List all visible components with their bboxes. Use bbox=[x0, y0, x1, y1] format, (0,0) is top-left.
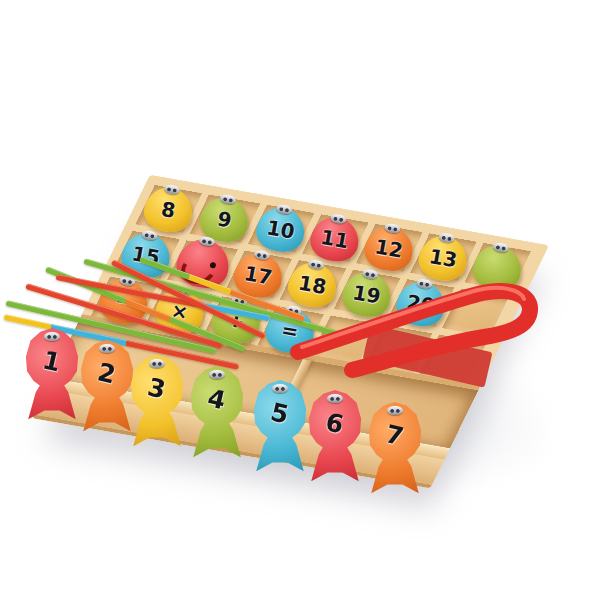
fish-label: 5 bbox=[268, 397, 291, 429]
grid-cell-r1c6: 13 bbox=[410, 233, 476, 281]
grid-cell-r1c5: 12 bbox=[356, 224, 422, 272]
fish-label: 2 bbox=[95, 357, 118, 389]
metal-clasp bbox=[416, 278, 433, 290]
metal-clasp bbox=[272, 384, 288, 393]
front-fish-7[interactable]: 7 bbox=[366, 402, 424, 498]
piece-label: 19 bbox=[351, 282, 382, 307]
metal-clasp bbox=[163, 184, 180, 196]
front-fish-5[interactable]: 5 bbox=[251, 380, 309, 476]
piece-label: 8 bbox=[160, 199, 177, 221]
metal-clasp bbox=[307, 259, 324, 271]
number-piece-20[interactable]: 20 bbox=[393, 278, 448, 330]
fish-label: 1 bbox=[40, 345, 63, 377]
number-piece-8[interactable]: 8 bbox=[141, 184, 196, 236]
piece-label: 13 bbox=[428, 246, 459, 271]
number-piece-blank[interactable] bbox=[470, 242, 525, 294]
metal-clasp bbox=[384, 223, 401, 235]
front-fish-4[interactable]: 4 bbox=[188, 366, 246, 462]
piece-label: 18 bbox=[297, 273, 328, 298]
front-fish-2[interactable]: 2 bbox=[78, 340, 136, 436]
metal-clasp bbox=[99, 344, 115, 353]
grid-cell-r1c1: 8 bbox=[136, 185, 202, 233]
piece-label: 9 bbox=[216, 209, 233, 231]
grid-cell-r2c4: 18 bbox=[280, 260, 346, 308]
piece-label: 10 bbox=[265, 217, 296, 242]
metal-clasp bbox=[276, 204, 293, 216]
grid-cell-r2c7 bbox=[442, 289, 508, 337]
metal-clasp bbox=[253, 249, 270, 261]
front-fish-6[interactable]: 6 bbox=[306, 390, 364, 486]
number-piece-13[interactable]: 13 bbox=[416, 232, 471, 284]
metal-clasp bbox=[149, 359, 165, 368]
fish-label: 3 bbox=[145, 372, 168, 404]
number-piece-19[interactable]: 19 bbox=[339, 269, 394, 321]
metal-clasp bbox=[492, 242, 509, 254]
piece-label: 11 bbox=[319, 227, 350, 252]
number-piece-12[interactable]: 12 bbox=[362, 223, 417, 275]
front-fish-1[interactable]: 1 bbox=[23, 328, 81, 424]
grid-cell-r2c5: 19 bbox=[334, 270, 400, 318]
metal-clasp bbox=[44, 332, 60, 341]
piece-label: 12 bbox=[374, 236, 405, 261]
metal-clasp bbox=[209, 370, 225, 379]
grid-cell-r2c6: 20 bbox=[388, 279, 454, 327]
metal-clasp bbox=[438, 232, 455, 244]
grid-cell-r1c2: 9 bbox=[190, 195, 260, 243]
front-fish-3[interactable]: 3 bbox=[128, 355, 186, 451]
number-piece-10[interactable]: 10 bbox=[253, 204, 308, 256]
fish-label: 4 bbox=[205, 383, 228, 415]
grid-cell-r1c4: 11 bbox=[302, 214, 368, 262]
fish-label: 6 bbox=[323, 407, 346, 439]
piece-label: 17 bbox=[243, 263, 274, 288]
grid-cell-r1c7 bbox=[465, 243, 531, 291]
metal-clasp bbox=[141, 230, 158, 242]
grid-cell-r1c3: 10 bbox=[248, 205, 314, 253]
number-piece-11[interactable]: 11 bbox=[307, 213, 362, 265]
metal-clasp bbox=[219, 194, 236, 206]
number-piece-18[interactable]: 18 bbox=[285, 259, 340, 311]
metal-clasp bbox=[330, 213, 347, 225]
piece-label: 20 bbox=[405, 292, 436, 317]
metal-clasp bbox=[387, 406, 403, 415]
metal-clasp bbox=[327, 394, 343, 403]
fish-label: 7 bbox=[383, 419, 406, 451]
product-photo-scene: 89101112131517181920−×÷= 1234567 bbox=[0, 0, 600, 600]
metal-clasp bbox=[362, 268, 379, 280]
